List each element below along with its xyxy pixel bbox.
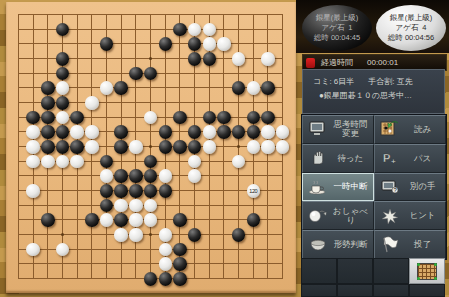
white-stone: [26, 184, 39, 197]
button-label: 待った: [331, 154, 373, 163]
black-stone: [232, 125, 245, 138]
komi-label: コミ:: [313, 77, 332, 86]
black-stone: [247, 111, 260, 124]
pass-button[interactable]: P+パス: [374, 144, 446, 173]
black-stone: [232, 228, 245, 241]
white-total-time: 00:04:56: [405, 33, 434, 42]
black-stone: [159, 140, 172, 153]
players-panel: 銀星(最上級) アゲ石 1 総時 00:04:45 銀星(最上級) アゲ石 4 …: [296, 0, 449, 53]
black-stone: [232, 81, 245, 94]
white-stone: [26, 243, 39, 256]
thinking-status: ●銀星囲碁１０の思考中…: [319, 90, 444, 101]
other-move-button[interactable]: ?別の手: [374, 173, 446, 202]
black-stone: [144, 272, 157, 285]
white-stone: [26, 155, 39, 168]
black-stone: [41, 140, 54, 153]
black-stone: [100, 184, 113, 197]
black-stone: [159, 125, 172, 138]
green-dot: [417, 263, 420, 266]
white-stone: [85, 125, 98, 138]
white-captures-label: アゲ石: [396, 23, 419, 32]
black-stone: [100, 37, 113, 50]
board-view-cell[interactable]: [409, 258, 445, 284]
undo-button[interactable]: 待った: [302, 144, 374, 173]
black-stone: [217, 125, 230, 138]
black-stone: [217, 111, 230, 124]
monitor-icon: [307, 120, 329, 138]
black-stone: [173, 213, 186, 226]
green-dot: [434, 263, 437, 266]
black-stone: [129, 184, 142, 197]
mini-goban-icon: [418, 264, 436, 279]
black-stone: [173, 243, 186, 256]
green-dot: [417, 277, 420, 280]
white-stone: [203, 125, 216, 138]
judge-button[interactable]: 形勢判断: [302, 230, 374, 259]
black-stone: [144, 184, 157, 197]
tray-cell[interactable]: [301, 258, 337, 284]
bottom-tray: [301, 258, 445, 297]
white-stone: [261, 52, 274, 65]
white-stone: [85, 140, 98, 153]
button-label: パス: [403, 154, 445, 163]
white-stone: [129, 213, 142, 226]
black-stone: [85, 213, 98, 226]
white-stone: [247, 140, 260, 153]
tray-cell[interactable]: [337, 284, 373, 297]
white-stone: [26, 140, 39, 153]
black-stone: [173, 272, 186, 285]
stone-arrow-icon: [307, 207, 329, 225]
black-time-label: 総時: [314, 33, 329, 42]
black-stone: [203, 52, 216, 65]
black-stone: [114, 125, 127, 138]
white-captures: 4: [422, 23, 426, 32]
black-player-stone: 銀星(最上級) アゲ石 1 総時 00:04:45: [302, 5, 372, 51]
green-dot: [434, 277, 437, 280]
handicap-value: 互先: [397, 77, 413, 86]
black-stone: [114, 81, 127, 94]
tray-cell[interactable]: [373, 258, 409, 284]
button-grid: 思考時間変更読み待ったP+パス一時中断?別の手おしゃべりヒント形勢判断投了: [301, 114, 447, 260]
svg-text:+: +: [391, 157, 396, 166]
board-arrow-icon: [379, 120, 401, 138]
tray-cell[interactable]: [301, 284, 337, 297]
black-stone: [70, 140, 83, 153]
black-stone: [41, 111, 54, 124]
record-icon: [306, 58, 315, 68]
sparkle-icon: [379, 207, 401, 225]
white-stone: [247, 81, 260, 94]
black-stone: [114, 213, 127, 226]
flag-icon: [379, 236, 401, 254]
white-stone: [114, 228, 127, 241]
black-stone: [261, 81, 274, 94]
black-player-name: 銀星(最上級): [316, 13, 359, 23]
button-label: 別の手: [403, 182, 445, 191]
black-stone: [188, 52, 201, 65]
black-stone: [188, 37, 201, 50]
svg-text:P: P: [383, 152, 390, 164]
white-stone: [232, 52, 245, 65]
black-stone: [129, 169, 142, 182]
white-stone: [159, 169, 172, 182]
button-label: ヒント: [403, 211, 445, 220]
white-stone: [85, 96, 98, 109]
white-player-stone: 銀星(最上級) アゲ石 4 総時 00:04:56: [376, 5, 446, 51]
black-stone: [41, 81, 54, 94]
think-time-button[interactable]: 思考時間変更: [302, 115, 374, 144]
white-stone: [261, 140, 274, 153]
black-stone: [41, 213, 54, 226]
black-stone: [129, 67, 142, 80]
white-stone: [26, 125, 39, 138]
pause-button[interactable]: 一時中断: [302, 173, 374, 202]
white-stone: [261, 125, 274, 138]
button-label: 一時中断: [331, 182, 373, 191]
elapsed-label: 経過時間: [321, 57, 353, 68]
black-stone: [173, 140, 186, 153]
white-stone: [100, 169, 113, 182]
black-stone: [56, 52, 69, 65]
black-stone: [114, 140, 127, 153]
white-stone: [114, 199, 127, 212]
white-time-label: 総時: [388, 33, 403, 42]
black-stone: [188, 140, 201, 153]
black-stone: [56, 125, 69, 138]
black-stone: [144, 169, 157, 182]
black-stone: [261, 111, 274, 124]
black-stone: [114, 169, 127, 182]
game-info-panel: コミ: 6目半手合割: 互先 ●銀星囲碁１０の思考中…: [302, 69, 445, 114]
white-stone: [100, 213, 113, 226]
right-panel: 銀星(最上級) アゲ石 1 総時 00:04:45 銀星(最上級) アゲ石 4 …: [296, 0, 449, 297]
resign-button[interactable]: 投了: [374, 230, 446, 259]
white-stone: [203, 140, 216, 153]
black-total-time: 00:04:45: [331, 33, 360, 42]
button-label: 読み: [403, 125, 445, 134]
button-label: 形勢判断: [331, 240, 373, 249]
black-stone: [56, 96, 69, 109]
handicap-label: 手合割:: [368, 77, 394, 86]
black-stone: [247, 213, 260, 226]
white-stone: [100, 81, 113, 94]
white-stone: [41, 155, 54, 168]
last-move-number: 120: [247, 184, 260, 197]
button-label: 投了: [403, 240, 445, 249]
black-stone: [114, 184, 127, 197]
black-stone: [159, 272, 172, 285]
button-label: 思考時間変更: [331, 120, 373, 138]
white-stone: [203, 23, 216, 36]
white-stone: [129, 228, 142, 241]
white-stone: [276, 125, 289, 138]
black-stone: [188, 228, 201, 241]
app-window: 120 銀星(最上級) アゲ石 1 総時 00:04:45 銀星(最上級) アゲ…: [0, 0, 449, 297]
white-player-name: 銀星(最上級): [390, 13, 433, 23]
black-stone: [41, 96, 54, 109]
hand-icon: [307, 149, 329, 167]
black-stone: [26, 111, 39, 124]
hint-button[interactable]: ヒント: [374, 201, 446, 230]
tray-cell[interactable]: [337, 258, 373, 284]
tray-cell[interactable]: [373, 284, 409, 297]
coffee-icon: [307, 178, 329, 196]
black-stone: [203, 111, 216, 124]
black-stone: [41, 125, 54, 138]
black-stone: [173, 111, 186, 124]
black-captures: 1: [348, 23, 352, 32]
black-stone: [56, 140, 69, 153]
black-stone: [70, 111, 83, 124]
white-stone: [129, 140, 142, 153]
chat-button[interactable]: おしゃべり: [302, 201, 374, 230]
button-label: おしゃべり: [331, 207, 373, 225]
white-stone: [276, 140, 289, 153]
white-stone: [70, 125, 83, 138]
black-stone: [173, 23, 186, 36]
white-stone: [159, 228, 172, 241]
white-stone: [56, 81, 69, 94]
black-captures-label: アゲ石: [322, 23, 345, 32]
black-stone: [159, 37, 172, 50]
bowl-icon: [307, 236, 329, 254]
komi-value: 6目半: [334, 77, 354, 86]
white-stone: [203, 37, 216, 50]
go-board[interactable]: 120: [6, 2, 296, 293]
black-stone: [173, 257, 186, 270]
black-stone: [159, 184, 172, 197]
white-stone: [188, 169, 201, 182]
screen-icon: ?: [379, 178, 401, 196]
elapsed-value: 00:00:01: [367, 58, 398, 67]
black-stone: [247, 125, 260, 138]
black-stone: [188, 125, 201, 138]
white-stone: [159, 243, 172, 256]
pass-icon: P+: [379, 149, 401, 167]
white-stone: [129, 199, 142, 212]
white-stone: [217, 37, 230, 50]
white-stone: [144, 213, 157, 226]
white-stone: [70, 155, 83, 168]
tray-cell[interactable]: [409, 284, 445, 297]
yomi-button[interactable]: 読み: [374, 115, 446, 144]
white-stone: [159, 257, 172, 270]
